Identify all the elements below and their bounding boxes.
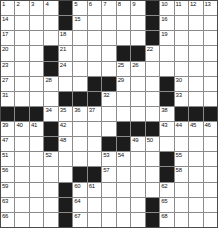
cell-r15c6[interactable]: 67 [73, 213, 86, 227]
cell-r14c2[interactable] [15, 198, 28, 212]
cell-r14c4[interactable] [44, 198, 57, 212]
cell-r12c3[interactable] [30, 167, 43, 181]
cell-r4c15[interactable] [204, 46, 217, 60]
cell-r9c12[interactable]: 43 [160, 122, 173, 136]
cell-r11c2[interactable] [15, 152, 28, 166]
cell-r3c4[interactable] [44, 31, 57, 45]
cell-r15c1[interactable]: 66 [1, 213, 14, 227]
cell-r4c13[interactable] [175, 46, 188, 60]
cell-r13c3[interactable] [30, 183, 43, 197]
cell-r14c8[interactable] [102, 198, 115, 212]
clue-number-14: 14 [2, 16, 8, 23]
cell-r2c3[interactable] [30, 16, 43, 30]
cell-r2c14[interactable] [189, 16, 202, 30]
cell-r15c15[interactable] [204, 213, 217, 227]
cell-r2c7[interactable] [88, 16, 101, 30]
cell-r9c5[interactable]: 42 [59, 122, 72, 136]
cell-r13c9[interactable] [117, 183, 130, 197]
cell-r1c2[interactable]: 2 [15, 1, 28, 15]
block-r4c9 [117, 46, 130, 60]
cell-r3c9[interactable] [117, 31, 130, 45]
clue-number-3: 3 [31, 1, 34, 8]
cell-r11c3[interactable] [30, 152, 43, 166]
block-r7c6 [73, 92, 86, 106]
clue-number-20: 20 [2, 46, 8, 53]
cell-r7c3[interactable] [30, 92, 43, 106]
block-r8c13 [175, 107, 188, 121]
clue-number-65: 65 [161, 198, 167, 205]
block-r14c5 [59, 198, 72, 212]
clue-number-28: 28 [45, 77, 51, 84]
cell-r4c3[interactable] [30, 46, 43, 60]
cell-r7c9[interactable] [117, 92, 130, 106]
cell-r6c13[interactable]: 30 [175, 77, 188, 91]
block-r4c10 [131, 46, 144, 60]
clue-number-1: 1 [2, 1, 5, 8]
cell-r11c14[interactable] [189, 152, 202, 166]
clue-number-15: 15 [74, 16, 80, 23]
cell-r6c6[interactable] [73, 77, 86, 91]
clue-number-50: 50 [147, 137, 153, 144]
cell-r6c10[interactable] [131, 77, 144, 91]
cell-r11c15[interactable] [204, 152, 217, 166]
cell-r1c1[interactable]: 1 [1, 1, 14, 15]
cell-r5c12[interactable] [160, 62, 173, 76]
clue-number-44: 44 [176, 122, 182, 129]
block-r8c1 [1, 107, 14, 121]
cell-r11c10[interactable] [131, 152, 144, 166]
cell-r3c13[interactable] [175, 31, 188, 45]
cell-r9c2[interactable]: 40 [15, 122, 28, 136]
cell-r15c13[interactable] [175, 213, 188, 227]
block-r6c7 [88, 77, 101, 91]
cell-r3c12[interactable]: 19 [160, 31, 173, 45]
cell-r14c6[interactable]: 64 [73, 198, 86, 212]
block-r8c15 [204, 107, 217, 121]
cell-r15c12[interactable]: 68 [160, 213, 173, 227]
clue-number-57: 57 [103, 167, 109, 174]
cell-r2c4[interactable] [44, 16, 57, 30]
cell-r4c1[interactable]: 20 [1, 46, 14, 60]
clue-number-31: 31 [2, 92, 8, 99]
cell-r2c13[interactable] [175, 16, 188, 30]
cell-r15c4[interactable] [44, 213, 57, 227]
cell-r3c8[interactable] [102, 31, 115, 45]
cell-r10c7[interactable] [88, 137, 101, 151]
cell-r3c3[interactable] [30, 31, 43, 45]
block-r10c4 [44, 137, 57, 151]
cell-r4c8[interactable] [102, 46, 115, 60]
clue-number-8: 8 [118, 1, 121, 8]
clue-number-7: 7 [103, 1, 106, 8]
cell-r10c15[interactable] [204, 137, 217, 151]
cell-r2c9[interactable] [117, 16, 130, 30]
cell-r9c14[interactable]: 45 [189, 122, 202, 136]
cell-r13c1[interactable]: 59 [1, 183, 14, 197]
clue-number-47: 47 [2, 137, 8, 144]
cell-r10c12[interactable] [160, 137, 173, 151]
clue-number-54: 54 [118, 152, 124, 159]
cell-r8c5[interactable]: 35 [59, 107, 72, 121]
clue-number-68: 68 [161, 213, 167, 220]
block-r10c8 [102, 137, 115, 151]
cell-r11c1[interactable]: 51 [1, 152, 14, 166]
clue-number-36: 36 [74, 107, 80, 114]
block-r1c11 [146, 1, 159, 15]
clue-number-66: 66 [2, 213, 8, 220]
cell-r7c2[interactable] [15, 92, 28, 106]
cell-r6c14[interactable] [189, 77, 202, 91]
clue-number-41: 41 [31, 122, 37, 129]
clue-number-51: 51 [2, 152, 8, 159]
cell-r10c5[interactable]: 48 [59, 137, 72, 151]
block-r15c5 [59, 213, 72, 227]
cell-r14c7[interactable] [88, 198, 101, 212]
cell-r15c9[interactable] [117, 213, 130, 227]
cell-r7c4[interactable] [44, 92, 57, 106]
clue-number-21: 21 [60, 46, 66, 53]
cell-r5c6[interactable] [73, 62, 86, 76]
cell-r14c12[interactable]: 65 [160, 198, 173, 212]
clue-number-63: 63 [2, 198, 8, 205]
cell-r7c10[interactable] [131, 92, 144, 106]
cell-r11c8[interactable]: 53 [102, 152, 115, 166]
cell-r10c2[interactable] [15, 137, 28, 151]
cell-r6c15[interactable] [204, 77, 217, 91]
clue-number-5: 5 [74, 1, 77, 8]
cell-r9c15[interactable]: 46 [204, 122, 217, 136]
clue-number-59: 59 [2, 183, 8, 190]
cell-r13c11[interactable] [146, 183, 159, 197]
cell-r12c1[interactable]: 56 [1, 167, 14, 181]
clue-number-16: 16 [161, 16, 167, 23]
cell-r5c5[interactable]: 24 [59, 62, 72, 76]
cell-r6c4[interactable]: 28 [44, 77, 57, 91]
cell-r1c3[interactable]: 3 [30, 1, 43, 15]
cell-r8c11[interactable] [146, 107, 159, 121]
cell-r15c14[interactable] [189, 213, 202, 227]
cell-r12c8[interactable]: 57 [102, 167, 115, 181]
clue-number-40: 40 [16, 122, 22, 129]
clue-number-29: 29 [118, 77, 124, 84]
clue-number-49: 49 [132, 137, 138, 144]
cell-r4c5[interactable]: 21 [59, 46, 72, 60]
cell-r15c10[interactable] [131, 213, 144, 227]
block-r15c11 [146, 213, 159, 227]
clue-number-4: 4 [45, 1, 48, 8]
cell-r3c1[interactable]: 17 [1, 31, 14, 45]
cell-r11c5[interactable] [59, 152, 72, 166]
cell-r8c8[interactable] [102, 107, 115, 121]
cell-r10c11[interactable]: 50 [146, 137, 159, 151]
cell-r6c3[interactable] [30, 77, 43, 91]
cell-r9c7[interactable] [88, 122, 101, 136]
clue-number-18: 18 [60, 31, 66, 38]
cell-r8c9[interactable] [117, 107, 130, 121]
cell-r7c8[interactable]: 32 [102, 92, 115, 106]
cell-r11c13[interactable]: 55 [175, 152, 188, 166]
cell-r4c2[interactable] [15, 46, 28, 60]
cell-r13c2[interactable] [15, 183, 28, 197]
cell-r8c4[interactable]: 34 [44, 107, 57, 121]
cell-r15c7[interactable] [88, 213, 101, 227]
clue-number-12: 12 [190, 1, 196, 8]
crossword-page: 1234567891011121314151617181920212223242… [0, 0, 218, 228]
cell-r11c9[interactable]: 54 [117, 152, 130, 166]
block-r13c5 [59, 183, 72, 197]
cell-r5c1[interactable]: 23 [1, 62, 14, 76]
cell-r14c9[interactable] [117, 198, 130, 212]
cell-r9c8[interactable] [102, 122, 115, 136]
cell-r7c1[interactable]: 31 [1, 92, 14, 106]
clue-number-33: 33 [176, 92, 182, 99]
clue-number-53: 53 [103, 152, 109, 159]
cell-r12c10[interactable] [131, 167, 144, 181]
cell-r14c10[interactable] [131, 198, 144, 212]
cell-r13c14[interactable] [189, 183, 202, 197]
clue-number-61: 61 [89, 183, 95, 190]
cell-r14c14[interactable] [189, 198, 202, 212]
cell-r2c8[interactable] [102, 16, 115, 30]
block-r9c9 [117, 122, 130, 136]
cell-r8c10[interactable] [131, 107, 144, 121]
block-r5c4 [44, 62, 57, 76]
cell-r4c12[interactable] [160, 46, 173, 60]
cell-r13c10[interactable] [131, 183, 144, 197]
cell-r6c5[interactable] [59, 77, 72, 91]
cell-r4c14[interactable] [189, 46, 202, 60]
cell-r14c15[interactable] [204, 198, 217, 212]
cell-r5c9[interactable]: 25 [117, 62, 130, 76]
cell-r3c15[interactable] [204, 31, 217, 45]
cell-r12c4[interactable] [44, 167, 57, 181]
clue-number-30: 30 [176, 77, 182, 84]
cell-r10c6[interactable] [73, 137, 86, 151]
clue-number-52: 52 [45, 152, 51, 159]
clue-number-38: 38 [161, 107, 167, 114]
cell-r4c11[interactable]: 22 [146, 46, 159, 60]
cell-r6c9[interactable]: 29 [117, 77, 130, 91]
clue-number-27: 27 [2, 77, 8, 84]
clue-number-32: 32 [103, 92, 109, 99]
cell-r2c12[interactable]: 16 [160, 16, 173, 30]
cell-r9c3[interactable]: 41 [30, 122, 43, 136]
cell-r5c15[interactable] [204, 62, 217, 76]
block-r2c11 [146, 16, 159, 30]
cell-r3c6[interactable] [73, 31, 86, 45]
cell-r13c13[interactable] [175, 183, 188, 197]
cell-r7c14[interactable] [189, 92, 202, 106]
crossword-grid: 1234567891011121314151617181920212223242… [0, 0, 218, 228]
cell-r3c10[interactable] [131, 31, 144, 45]
cell-r10c13[interactable] [175, 137, 188, 151]
clue-number-64: 64 [74, 198, 80, 205]
clue-number-35: 35 [60, 107, 66, 114]
block-r14c11 [146, 198, 159, 212]
clue-number-60: 60 [74, 183, 80, 190]
cell-r5c11[interactable] [146, 62, 159, 76]
cell-r5c13[interactable] [175, 62, 188, 76]
cell-r13c8[interactable] [102, 183, 115, 197]
cell-r5c2[interactable] [15, 62, 28, 76]
cell-r12c11[interactable] [146, 167, 159, 181]
cell-r8c6[interactable]: 36 [73, 107, 86, 121]
block-r4c4 [44, 46, 57, 60]
cell-r10c10[interactable]: 49 [131, 137, 144, 151]
cell-r9c13[interactable]: 44 [175, 122, 188, 136]
cell-r12c5[interactable] [59, 167, 72, 181]
cell-r1c10[interactable]: 9 [131, 1, 144, 15]
clue-number-39: 39 [2, 122, 8, 129]
cell-r3c7[interactable] [88, 31, 101, 45]
cell-r14c3[interactable] [30, 198, 43, 212]
cell-r14c1[interactable]: 63 [1, 198, 14, 212]
block-r10c9 [117, 137, 130, 151]
cell-r3c2[interactable] [15, 31, 28, 45]
cell-r14c13[interactable] [175, 198, 188, 212]
cell-r4c7[interactable] [88, 46, 101, 60]
clue-number-43: 43 [161, 122, 167, 129]
cell-r8c7[interactable]: 37 [88, 107, 101, 121]
cell-r15c2[interactable] [15, 213, 28, 227]
cell-r1c4[interactable]: 4 [44, 1, 57, 15]
clue-number-46: 46 [205, 122, 211, 129]
cell-r1c14[interactable]: 12 [189, 1, 202, 15]
block-r7c5 [59, 92, 72, 106]
cell-r12c9[interactable] [117, 167, 130, 181]
clue-number-25: 25 [118, 62, 124, 69]
clue-number-9: 9 [132, 1, 135, 8]
clue-number-26: 26 [132, 62, 138, 69]
cell-r8c12[interactable]: 38 [160, 107, 173, 121]
block-r12c7 [88, 167, 101, 181]
cell-r15c8[interactable] [102, 213, 115, 227]
block-r9c10 [131, 122, 144, 136]
clue-number-13: 13 [205, 1, 211, 8]
cell-r5c7[interactable] [88, 62, 101, 76]
cell-r12c15[interactable] [204, 167, 217, 181]
block-r12c6 [73, 167, 86, 181]
cell-r3c5[interactable]: 18 [59, 31, 72, 45]
cell-r1c9[interactable]: 8 [117, 1, 130, 15]
block-r9c11 [146, 122, 159, 136]
cell-r6c1[interactable]: 27 [1, 77, 14, 91]
clue-number-42: 42 [60, 122, 66, 129]
clue-number-22: 22 [147, 46, 153, 53]
cell-r11c11[interactable] [146, 152, 159, 166]
cell-r3c14[interactable] [189, 31, 202, 45]
block-r8c2 [15, 107, 28, 121]
cell-r6c11[interactable] [146, 77, 159, 91]
block-r6c12 [160, 77, 173, 91]
cell-r1c7[interactable]: 6 [88, 1, 101, 15]
cell-r5c10[interactable]: 26 [131, 62, 144, 76]
block-r9c4 [44, 122, 57, 136]
cell-r10c3[interactable] [30, 137, 43, 151]
clue-number-62: 62 [161, 183, 167, 190]
block-r11c12 [160, 152, 173, 166]
cell-r11c6[interactable] [73, 152, 86, 166]
cell-r1c13[interactable]: 11 [175, 1, 188, 15]
cell-r5c14[interactable] [189, 62, 202, 76]
clue-number-10: 10 [161, 1, 167, 8]
clue-number-37: 37 [89, 107, 95, 114]
cell-r11c4[interactable]: 52 [44, 152, 57, 166]
cell-r13c15[interactable] [204, 183, 217, 197]
clue-number-56: 56 [2, 167, 8, 174]
cell-r5c8[interactable] [102, 62, 115, 76]
cell-r15c3[interactable] [30, 213, 43, 227]
block-r12c12 [160, 167, 173, 181]
block-r3c11 [146, 31, 159, 45]
cell-r1c6[interactable]: 5 [73, 1, 86, 15]
cell-r7c11[interactable] [146, 92, 159, 106]
cell-r2c1[interactable]: 14 [1, 16, 14, 30]
cell-r4c6[interactable] [73, 46, 86, 60]
cell-r7c13[interactable]: 33 [175, 92, 188, 106]
clue-number-19: 19 [161, 31, 167, 38]
clue-number-23: 23 [2, 62, 8, 69]
cell-r12c13[interactable]: 58 [175, 167, 188, 181]
block-r8c3 [30, 107, 43, 121]
cell-r9c6[interactable] [73, 122, 86, 136]
cell-r13c7[interactable]: 61 [88, 183, 101, 197]
cell-r7c15[interactable] [204, 92, 217, 106]
cell-r1c15[interactable]: 13 [204, 1, 217, 15]
clue-number-17: 17 [2, 31, 8, 38]
cell-r2c10[interactable] [131, 16, 144, 30]
block-r6c8 [102, 77, 115, 91]
cell-r11c7[interactable] [88, 152, 101, 166]
clue-number-55: 55 [176, 152, 182, 159]
clue-number-11: 11 [176, 1, 182, 8]
cell-r9c1[interactable]: 39 [1, 122, 14, 136]
cell-r6c2[interactable] [15, 77, 28, 91]
block-r7c12 [160, 92, 173, 106]
block-r1c5 [59, 1, 72, 15]
cell-r10c1[interactable]: 47 [1, 137, 14, 151]
clue-number-34: 34 [45, 107, 51, 114]
cell-r10c14[interactable] [189, 137, 202, 151]
clue-number-58: 58 [176, 167, 182, 174]
cell-r12c2[interactable] [15, 167, 28, 181]
cell-r13c4[interactable] [44, 183, 57, 197]
cell-r12c14[interactable] [189, 167, 202, 181]
cell-r1c12[interactable]: 10 [160, 1, 173, 15]
cell-r2c6[interactable]: 15 [73, 16, 86, 30]
clue-number-48: 48 [60, 137, 66, 144]
block-r8c14 [189, 107, 202, 121]
clue-number-24: 24 [60, 62, 66, 69]
clue-number-6: 6 [89, 1, 92, 8]
cell-r2c15[interactable] [204, 16, 217, 30]
cell-r2c2[interactable] [15, 16, 28, 30]
clue-number-2: 2 [16, 1, 19, 8]
cell-r5c3[interactable] [30, 62, 43, 76]
clue-number-67: 67 [74, 213, 80, 220]
cell-r13c12[interactable]: 62 [160, 183, 173, 197]
clue-number-45: 45 [190, 122, 196, 129]
block-r7c7 [88, 92, 101, 106]
block-r2c5 [59, 16, 72, 30]
cell-r13c6[interactable]: 60 [73, 183, 86, 197]
cell-r1c8[interactable]: 7 [102, 1, 115, 15]
